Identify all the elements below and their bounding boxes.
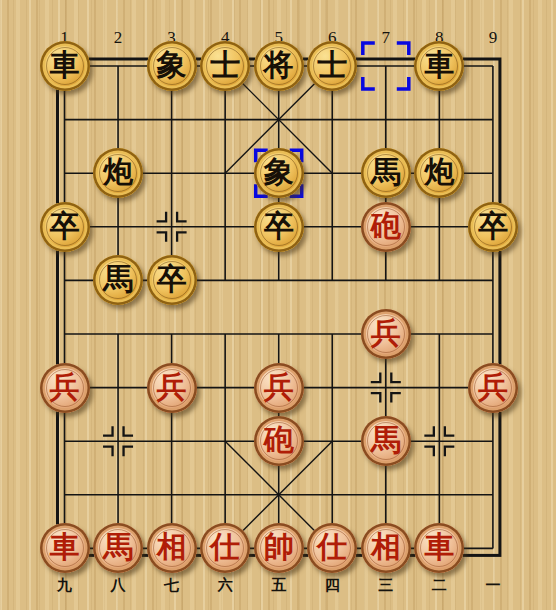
piece-black-cannon[interactable]: 炮 bbox=[93, 148, 143, 198]
piece-glyph: 卒 bbox=[264, 211, 294, 241]
piece-glyph: 兵 bbox=[50, 372, 80, 402]
piece-glyph: 炮 bbox=[103, 157, 133, 187]
piece-glyph: 車 bbox=[50, 532, 80, 562]
piece-red-soldier[interactable]: 兵 bbox=[361, 309, 411, 359]
piece-glyph: 将 bbox=[264, 50, 294, 80]
piece-glyph: 卒 bbox=[157, 264, 187, 294]
piece-glyph: 砲 bbox=[371, 211, 401, 241]
piece-glyph: 仕 bbox=[317, 532, 347, 562]
piece-red-general[interactable]: 帥 bbox=[254, 523, 304, 573]
board-grid bbox=[0, 0, 556, 610]
piece-black-soldier[interactable]: 卒 bbox=[468, 202, 518, 252]
piece-red-soldier[interactable]: 兵 bbox=[254, 363, 304, 413]
piece-glyph: 馬 bbox=[371, 425, 401, 455]
xiangqi-board[interactable]: 123456789九八七六五四三二一車象士将士車炮象馬炮卒卒砲卒馬卒兵兵兵兵兵砲… bbox=[0, 0, 556, 610]
piece-black-chariot[interactable]: 車 bbox=[40, 41, 90, 91]
piece-black-horse[interactable]: 馬 bbox=[361, 148, 411, 198]
piece-glyph: 車 bbox=[50, 50, 80, 80]
piece-glyph: 卒 bbox=[50, 211, 80, 241]
piece-glyph: 士 bbox=[317, 50, 347, 80]
piece-black-advisor[interactable]: 士 bbox=[307, 41, 357, 91]
piece-glyph: 士 bbox=[210, 50, 240, 80]
piece-glyph: 車 bbox=[424, 532, 454, 562]
piece-red-elephant[interactable]: 相 bbox=[361, 523, 411, 573]
piece-glyph: 卒 bbox=[478, 211, 508, 241]
piece-glyph: 砲 bbox=[264, 425, 294, 455]
piece-glyph: 仕 bbox=[210, 532, 240, 562]
piece-red-soldier[interactable]: 兵 bbox=[468, 363, 518, 413]
piece-glyph: 兵 bbox=[264, 372, 294, 402]
piece-glyph: 馬 bbox=[371, 157, 401, 187]
piece-red-cannon[interactable]: 砲 bbox=[361, 202, 411, 252]
piece-red-chariot[interactable]: 車 bbox=[40, 523, 90, 573]
piece-red-horse[interactable]: 馬 bbox=[361, 416, 411, 466]
piece-glyph: 馬 bbox=[103, 532, 133, 562]
piece-glyph: 相 bbox=[157, 532, 187, 562]
piece-glyph: 兵 bbox=[371, 318, 401, 348]
piece-black-advisor[interactable]: 士 bbox=[200, 41, 250, 91]
piece-black-soldier[interactable]: 卒 bbox=[40, 202, 90, 252]
piece-red-soldier[interactable]: 兵 bbox=[147, 363, 197, 413]
piece-glyph: 炮 bbox=[424, 157, 454, 187]
piece-black-soldier[interactable]: 卒 bbox=[147, 255, 197, 305]
piece-glyph: 兵 bbox=[478, 372, 508, 402]
piece-black-general[interactable]: 将 bbox=[254, 41, 304, 91]
piece-glyph: 象 bbox=[264, 157, 294, 187]
piece-glyph: 象 bbox=[157, 50, 187, 80]
piece-glyph: 相 bbox=[371, 532, 401, 562]
piece-black-chariot[interactable]: 車 bbox=[414, 41, 464, 91]
piece-glyph: 馬 bbox=[103, 264, 133, 294]
piece-glyph: 帥 bbox=[264, 532, 294, 562]
piece-black-elephant[interactable]: 象 bbox=[147, 41, 197, 91]
piece-red-elephant[interactable]: 相 bbox=[147, 523, 197, 573]
piece-glyph: 車 bbox=[424, 50, 454, 80]
piece-black-elephant[interactable]: 象 bbox=[254, 148, 304, 198]
piece-black-soldier[interactable]: 卒 bbox=[254, 202, 304, 252]
piece-red-soldier[interactable]: 兵 bbox=[40, 363, 90, 413]
piece-red-cannon[interactable]: 砲 bbox=[254, 416, 304, 466]
piece-glyph: 兵 bbox=[157, 372, 187, 402]
